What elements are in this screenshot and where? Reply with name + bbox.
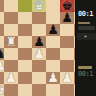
square-r0c2[interactable] xyxy=(18,0,32,12)
square-r4c3[interactable]: ♟ xyxy=(32,48,46,60)
square-r5c2[interactable] xyxy=(18,60,32,72)
square-r2c2[interactable] xyxy=(18,24,32,36)
square-r4c2[interactable] xyxy=(18,48,32,60)
square-r3c4[interactable] xyxy=(46,36,60,48)
piece-white-pawn[interactable]: ♟ xyxy=(33,48,45,60)
piece-white-rook[interactable]: ♜ xyxy=(5,36,17,48)
player-clock: 00:1 xyxy=(78,70,96,79)
square-r7c5[interactable] xyxy=(60,84,74,96)
piece-white-pawn[interactable]: ♟ xyxy=(47,72,59,84)
square-r5c3[interactable] xyxy=(32,60,46,72)
player-name-label xyxy=(78,66,92,69)
chess-board[interactable]: ♛♚♟♟♜♟♞♟♟♟♟♟♚ xyxy=(0,0,75,96)
square-r6c2[interactable] xyxy=(18,72,32,84)
square-r7c4[interactable] xyxy=(46,84,60,96)
square-r4c5[interactable] xyxy=(60,48,74,60)
piece-white-pawn[interactable]: ♟ xyxy=(61,72,73,84)
add-time-button[interactable]: + xyxy=(77,33,96,40)
opponent-name-label xyxy=(78,22,90,24)
square-r1c3[interactable] xyxy=(32,12,46,24)
square-r6c4[interactable]: ♟ xyxy=(46,72,60,84)
square-r0c4[interactable] xyxy=(46,0,60,12)
square-r2c4[interactable]: ♟ xyxy=(46,24,60,36)
square-r2c5[interactable] xyxy=(60,24,74,36)
square-r7c3[interactable] xyxy=(32,84,46,96)
square-r3c2[interactable] xyxy=(18,36,32,48)
piece-black-pawn[interactable]: ♟ xyxy=(47,24,59,36)
piece-white-queen[interactable]: ♛ xyxy=(33,0,45,12)
square-r3c5[interactable] xyxy=(60,36,74,48)
game-panel: 00:1 + 00:1 xyxy=(75,0,96,96)
square-r0c1[interactable] xyxy=(4,0,18,12)
board-grid: ♛♚♟♟♜♟♞♟♟♟♟♟♚ xyxy=(0,0,75,96)
move-list-row xyxy=(78,26,95,30)
square-r6c5[interactable]: ♟ xyxy=(60,72,74,84)
chess-app-screen: ♛♚♟♟♜♟♞♟♟♟♟♟♚ 00:1 + 00:1 xyxy=(0,0,96,96)
square-r0c3[interactable]: ♛ xyxy=(32,0,46,12)
square-r6c3[interactable] xyxy=(32,72,46,84)
square-r7c2[interactable] xyxy=(18,84,32,96)
opponent-clock: 00:1 xyxy=(78,10,96,19)
plus-icon: + xyxy=(77,33,87,39)
square-r1c1[interactable] xyxy=(4,12,18,24)
square-r1c2[interactable] xyxy=(18,12,32,24)
square-r4c4[interactable] xyxy=(46,48,60,60)
piece-white-pawn[interactable]: ♟ xyxy=(5,72,17,84)
square-r1c5[interactable]: ♟ xyxy=(60,12,74,24)
square-r7c1[interactable] xyxy=(4,84,18,96)
piece-black-pawn[interactable]: ♟ xyxy=(61,12,73,24)
